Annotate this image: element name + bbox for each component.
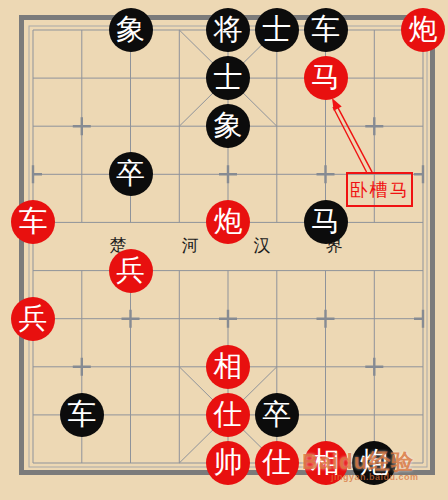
- xiangqi-diagram: 楚 河 汉 界 象将士车炮士马象卒车炮马兵兵相车仕卒帅仕相炮 卧槽马 Baidu…: [0, 0, 448, 500]
- piece-red-advisor[interactable]: 仕: [206, 393, 250, 437]
- piece-red-general[interactable]: 帅: [206, 441, 250, 485]
- annotation-box: 卧槽马: [346, 172, 413, 207]
- piece-red-elephant[interactable]: 相: [206, 345, 250, 389]
- annotation-label: 卧槽马: [350, 181, 410, 199]
- piece-black-horse[interactable]: 马: [304, 200, 348, 244]
- piece-black-general[interactable]: 将: [206, 8, 250, 52]
- pieces-layer: 象将士车炮士马象卒车炮马兵兵相车仕卒帅仕相炮: [0, 0, 448, 500]
- piece-black-soldier[interactable]: 卒: [255, 393, 299, 437]
- piece-black-advisor[interactable]: 士: [206, 56, 250, 100]
- piece-black-chariot[interactable]: 车: [60, 393, 104, 437]
- piece-red-horse[interactable]: 马: [304, 56, 348, 100]
- piece-red-chariot[interactable]: 车: [11, 200, 55, 244]
- piece-black-chariot[interactable]: 车: [304, 8, 348, 52]
- piece-red-advisor[interactable]: 仕: [255, 441, 299, 485]
- piece-black-elephant[interactable]: 象: [206, 104, 250, 148]
- piece-black-elephant[interactable]: 象: [109, 8, 153, 52]
- watermark-url: jingyan.baidu.com: [331, 472, 419, 482]
- piece-red-cannon[interactable]: 炮: [206, 200, 250, 244]
- piece-red-soldier[interactable]: 兵: [109, 249, 153, 293]
- piece-black-soldier[interactable]: 卒: [109, 152, 153, 196]
- piece-black-advisor[interactable]: 士: [255, 8, 299, 52]
- piece-red-cannon[interactable]: 炮: [401, 8, 445, 52]
- piece-red-soldier[interactable]: 兵: [11, 297, 55, 341]
